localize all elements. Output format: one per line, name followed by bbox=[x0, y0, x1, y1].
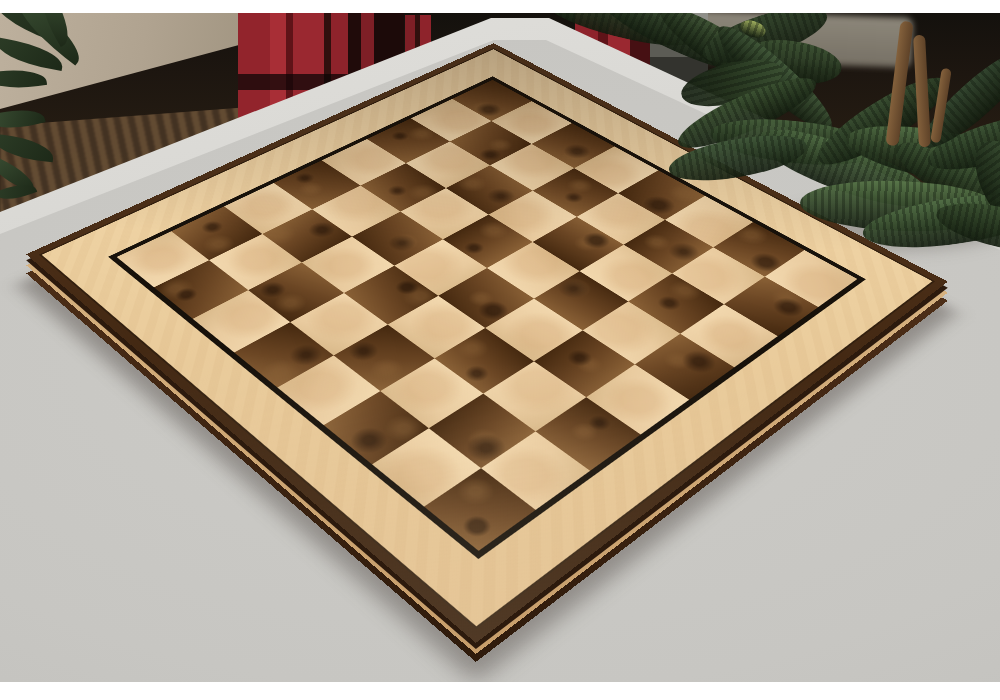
product-photo bbox=[0, 0, 1000, 700]
palm-frond bbox=[912, 39, 1000, 159]
plant-trunk bbox=[913, 35, 931, 147]
wall bbox=[0, 13, 252, 115]
letterbox-top bbox=[0, 0, 1000, 13]
palm-frond bbox=[922, 101, 1000, 181]
photo-scene bbox=[0, 13, 1000, 682]
letterbox-bottom bbox=[0, 682, 1000, 700]
plant-trunk bbox=[930, 68, 952, 144]
